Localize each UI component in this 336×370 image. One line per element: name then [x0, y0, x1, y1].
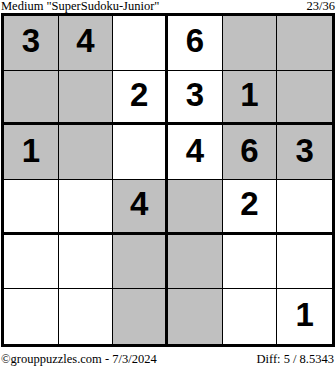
cell-r4c1[interactable]: [4, 180, 59, 235]
given-digit: 6: [186, 22, 204, 60]
cell-r1c5[interactable]: [223, 16, 278, 71]
cell-r6c4[interactable]: [168, 289, 223, 344]
cell-r1c1: 3: [4, 16, 59, 71]
footer: ©grouppuzzles.com - 7/3/2024 Diff: 5 / 8…: [1, 352, 334, 367]
cell-r5c5[interactable]: [223, 235, 278, 290]
given-digit: 3: [22, 22, 40, 60]
cell-r4c6[interactable]: [277, 180, 332, 235]
given-digit: 3: [295, 132, 313, 170]
cell-r4c4[interactable]: [168, 180, 223, 235]
difficulty-text: Diff: 5 / 8.5343: [256, 352, 334, 367]
sudoku-grid: 3462311463421: [1, 13, 335, 347]
cell-r3c1: 1: [4, 125, 59, 180]
cell-r2c1[interactable]: [4, 71, 59, 126]
given-digit: 2: [130, 76, 148, 114]
given-digit: 1: [295, 296, 313, 334]
given-digit: 4: [76, 22, 94, 60]
cell-r3c5: 6: [223, 125, 278, 180]
given-digit: 2: [240, 185, 258, 223]
given-digit: 6: [240, 132, 258, 170]
cell-r6c6: 1: [277, 289, 332, 344]
cell-r1c2: 4: [59, 16, 114, 71]
cell-r5c1[interactable]: [4, 235, 59, 290]
cell-r5c3[interactable]: [113, 235, 168, 290]
given-digit: 4: [130, 185, 148, 223]
cell-r1c4: 6: [168, 16, 223, 71]
cell-r6c3[interactable]: [113, 289, 168, 344]
cell-r2c2[interactable]: [59, 71, 114, 126]
cell-r2c3: 2: [113, 71, 168, 126]
cell-r5c4[interactable]: [168, 235, 223, 290]
puzzle-title: Medium "SuperSudoku-Junior": [1, 0, 159, 13]
cell-r3c2[interactable]: [59, 125, 114, 180]
cell-r3c3[interactable]: [113, 125, 168, 180]
given-digit: 3: [186, 76, 204, 114]
given-digit: 1: [240, 76, 258, 114]
cell-r1c3[interactable]: [113, 16, 168, 71]
cell-r6c2[interactable]: [59, 289, 114, 344]
cell-r1c6[interactable]: [277, 16, 332, 71]
cell-r3c4: 4: [168, 125, 223, 180]
header: Medium "SuperSudoku-Junior" 23/36: [1, 0, 335, 13]
given-count: 23/36: [307, 0, 335, 13]
cell-r5c2[interactable]: [59, 235, 114, 290]
cell-r2c5: 1: [223, 71, 278, 126]
cell-r6c5[interactable]: [223, 289, 278, 344]
given-digit: 1: [22, 132, 40, 170]
cell-r3c6: 3: [277, 125, 332, 180]
cell-r5c6[interactable]: [277, 235, 332, 290]
cell-r2c6[interactable]: [277, 71, 332, 126]
given-digit: 4: [186, 132, 204, 170]
copyright-text: ©grouppuzzles.com - 7/3/2024: [1, 352, 157, 367]
cell-r4c5: 2: [223, 180, 278, 235]
cell-r6c1[interactable]: [4, 289, 59, 344]
cell-r4c3: 4: [113, 180, 168, 235]
cell-r4c2[interactable]: [59, 180, 114, 235]
cell-r2c4: 3: [168, 71, 223, 126]
